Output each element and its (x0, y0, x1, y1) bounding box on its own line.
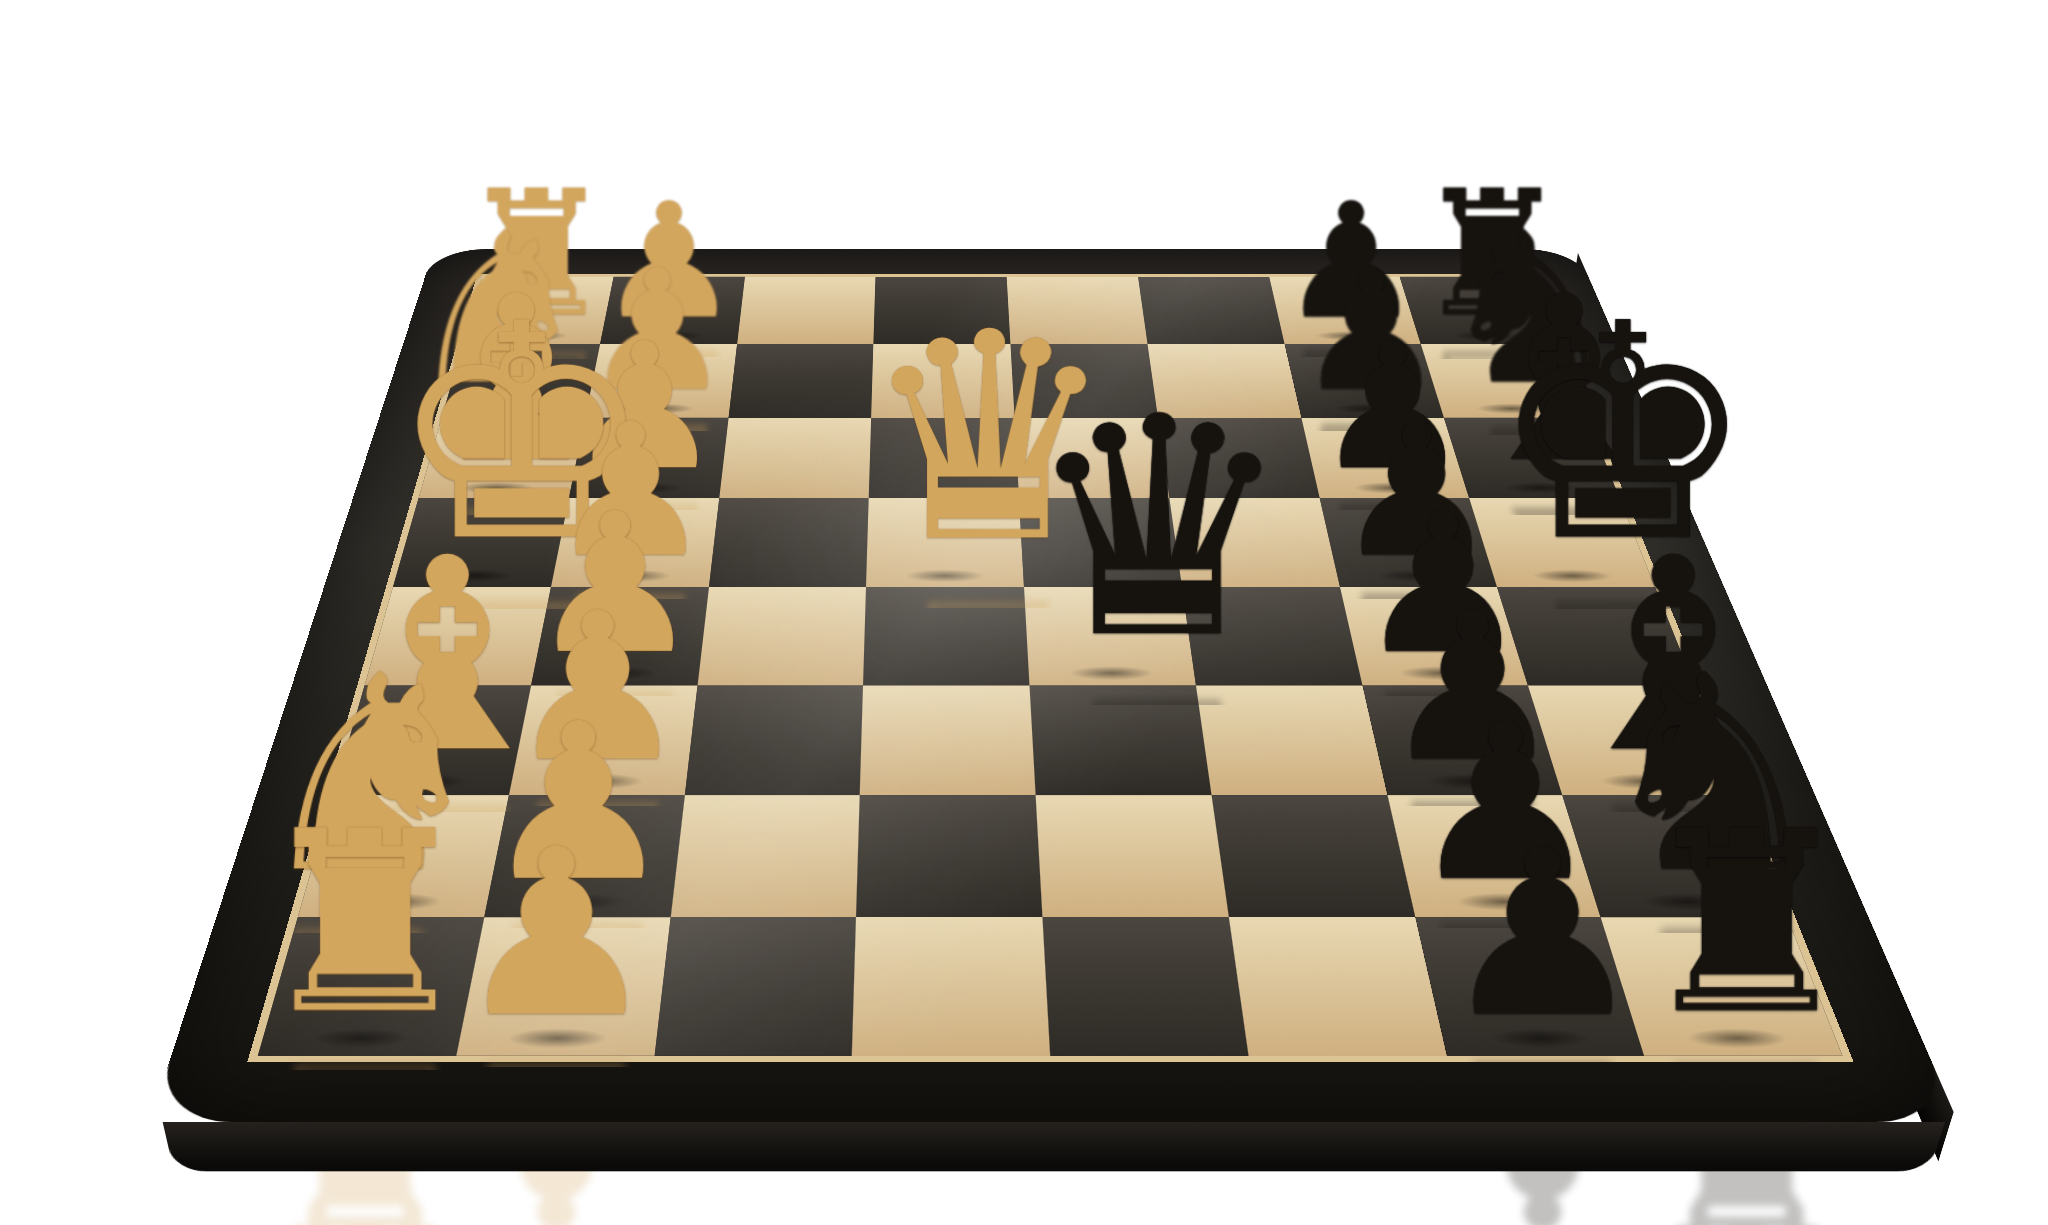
black-queen-icon: ♛ (1023, 377, 1202, 680)
board-inlay-line: ♜♜♟♟♟♟♜♜♞♞♟♟♟♟♞♞♝♝♟♟♟♟♝♝♚♚♟♟♛♛♟♟♚♚♟♟♛♛♟♟… (247, 273, 1854, 1061)
square-a8[interactable]: ♜♜ (1601, 917, 1842, 1055)
black-queen[interactable]: ♛♛ (1023, 377, 1202, 680)
square-a3[interactable] (654, 917, 856, 1055)
square-c3[interactable] (684, 685, 863, 794)
photo-stage: ♜♜♟♟♟♟♜♜♞♞♟♟♟♟♞♞♝♝♟♟♟♟♝♝♚♚♟♟♛♛♟♟♚♚♟♟♛♛♟♟… (0, 0, 2048, 1225)
square-c5[interactable] (1029, 685, 1211, 794)
chessboard: ♜♜♟♟♟♟♜♜♞♞♟♟♟♟♞♞♝♝♟♟♟♟♝♝♚♚♟♟♛♛♟♟♚♚♟♟♛♛♟♟… (150, 249, 1958, 1122)
white-rook[interactable]: ♜♜ (252, 797, 465, 1047)
square-d3[interactable] (697, 587, 866, 685)
square-b3[interactable] (670, 794, 860, 917)
square-e3[interactable] (709, 498, 869, 587)
square-b4[interactable] (856, 794, 1042, 917)
square-d4[interactable] (863, 587, 1029, 685)
board-front-edge (163, 1121, 1945, 1171)
square-c4[interactable] (860, 685, 1036, 794)
white-pawn[interactable]: ♟♟ (450, 817, 663, 1047)
square-a2[interactable]: ♟♟ (456, 917, 670, 1055)
square-a6[interactable] (1229, 917, 1447, 1055)
square-a7[interactable]: ♟♟ (1415, 917, 1645, 1055)
square-h6[interactable] (1138, 276, 1284, 343)
square-b6[interactable] (1211, 794, 1415, 917)
white-queen-icon: ♛ (860, 295, 1030, 582)
black-pawn[interactable]: ♟♟ (1437, 817, 1650, 1047)
square-a5[interactable] (1042, 917, 1248, 1055)
square-e4[interactable]: ♛♛ (866, 498, 1024, 587)
black-rook-icon: ♜ (1634, 797, 1847, 1047)
square-c6[interactable] (1196, 685, 1387, 794)
white-rook-icon: ♜ (252, 797, 465, 1047)
square-g3[interactable] (728, 344, 873, 417)
white-queen[interactable]: ♛♛ (860, 295, 1030, 582)
board-grid: ♜♜♟♟♟♟♜♜♞♞♟♟♟♟♞♞♝♝♟♟♟♟♝♝♚♚♟♟♛♛♟♟♚♚♟♟♛♛♟♟… (258, 276, 1843, 1055)
square-b5[interactable] (1036, 794, 1229, 917)
white-pawn-icon: ♟ (450, 817, 663, 1047)
square-f3[interactable] (719, 417, 872, 498)
black-pawn-icon: ♟ (1437, 817, 1650, 1047)
square-a4[interactable] (852, 917, 1050, 1055)
square-h3[interactable] (737, 276, 876, 343)
black-rook[interactable]: ♜♜ (1634, 797, 1847, 1047)
square-d5[interactable]: ♛♛ (1024, 587, 1196, 685)
